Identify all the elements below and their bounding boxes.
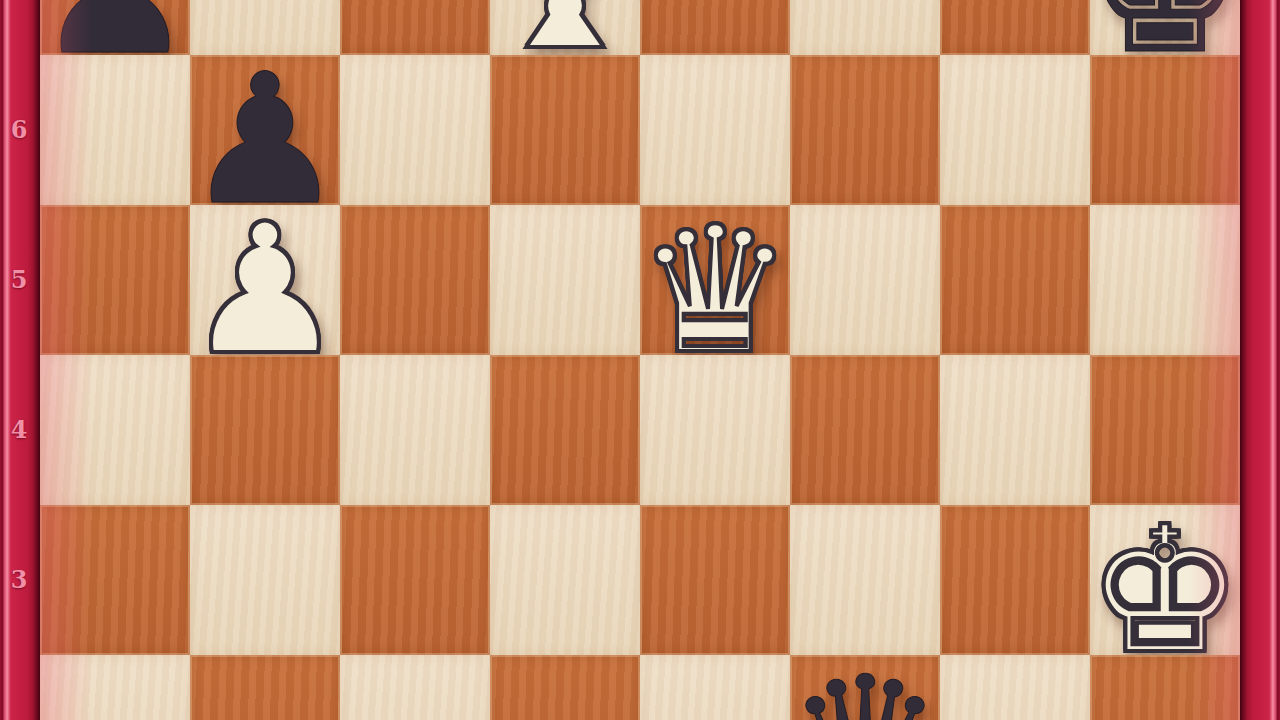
rank-label-6: 6 bbox=[0, 115, 38, 144]
square-g2[interactable] bbox=[940, 655, 1090, 720]
square-a3[interactable] bbox=[40, 505, 190, 655]
square-f5[interactable] bbox=[790, 205, 940, 355]
piece-white-pawn-b5[interactable]: ♟ bbox=[184, 200, 345, 380]
rank-label-3: 3 bbox=[0, 565, 38, 594]
rank-label-5: 5 bbox=[0, 265, 38, 294]
chess-app-frame: ♟♝♚♟♟♛♚♛ 6543 bbox=[0, 0, 1280, 720]
square-d3[interactable] bbox=[490, 505, 640, 655]
square-b3[interactable] bbox=[190, 505, 340, 655]
square-a6[interactable] bbox=[40, 55, 190, 205]
piece-black-queen-f2[interactable]: ♛ bbox=[787, 653, 944, 720]
square-c4[interactable] bbox=[340, 355, 490, 505]
square-d5[interactable] bbox=[490, 205, 640, 355]
square-h2[interactable] bbox=[1090, 655, 1240, 720]
board-frame-right-bar bbox=[1240, 0, 1280, 720]
square-a5[interactable] bbox=[40, 205, 190, 355]
square-a7[interactable]: ♟ bbox=[40, 0, 190, 55]
chess-board: ♟♝♚♟♟♛♚♛ bbox=[40, 0, 1240, 720]
square-g6[interactable] bbox=[940, 55, 1090, 205]
square-b5[interactable]: ♟ bbox=[190, 205, 340, 355]
square-g4[interactable] bbox=[940, 355, 1090, 505]
square-f6[interactable] bbox=[790, 55, 940, 205]
square-e7[interactable] bbox=[640, 0, 790, 55]
square-c3[interactable] bbox=[340, 505, 490, 655]
square-g5[interactable] bbox=[940, 205, 1090, 355]
square-d7[interactable]: ♝ bbox=[490, 0, 640, 55]
square-f2[interactable]: ♛ bbox=[790, 655, 940, 720]
square-b6[interactable]: ♟ bbox=[190, 55, 340, 205]
square-h6[interactable] bbox=[1090, 55, 1240, 205]
square-c5[interactable] bbox=[340, 205, 490, 355]
piece-white-queen-e5[interactable]: ♛ bbox=[637, 203, 794, 378]
square-a2[interactable] bbox=[40, 655, 190, 720]
square-h5[interactable] bbox=[1090, 205, 1240, 355]
piece-white-king-h3[interactable]: ♚ bbox=[1087, 503, 1244, 678]
square-c2[interactable] bbox=[340, 655, 490, 720]
square-h7[interactable]: ♚ bbox=[1090, 0, 1240, 55]
square-c6[interactable] bbox=[340, 55, 490, 205]
square-e2[interactable] bbox=[640, 655, 790, 720]
square-d2[interactable] bbox=[490, 655, 640, 720]
square-b2[interactable] bbox=[190, 655, 340, 720]
square-d4[interactable] bbox=[490, 355, 640, 505]
square-d6[interactable] bbox=[490, 55, 640, 205]
square-e4[interactable] bbox=[640, 355, 790, 505]
square-c7[interactable] bbox=[340, 0, 490, 55]
square-e3[interactable] bbox=[640, 505, 790, 655]
square-h4[interactable] bbox=[1090, 355, 1240, 505]
square-e5[interactable]: ♛ bbox=[640, 205, 790, 355]
square-g7[interactable] bbox=[940, 0, 1090, 55]
square-e6[interactable] bbox=[640, 55, 790, 205]
square-g3[interactable] bbox=[940, 505, 1090, 655]
square-f7[interactable] bbox=[790, 0, 940, 55]
square-h3[interactable]: ♚ bbox=[1090, 505, 1240, 655]
square-b4[interactable] bbox=[190, 355, 340, 505]
square-f3[interactable] bbox=[790, 505, 940, 655]
rank-label-4: 4 bbox=[0, 415, 38, 444]
square-f4[interactable] bbox=[790, 355, 940, 505]
square-a4[interactable] bbox=[40, 355, 190, 505]
board-frame-left-bar: 6543 bbox=[0, 0, 40, 720]
